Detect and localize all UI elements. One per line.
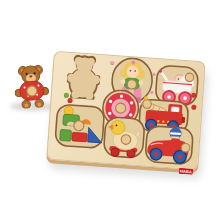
slot-teddy-bear-empty[interactable] <box>66 54 102 100</box>
peg-knob[interactable] <box>185 73 194 82</box>
peg-knob[interactable] <box>27 86 38 97</box>
scene: HABA <box>0 0 220 220</box>
peg-knob[interactable] <box>115 103 126 114</box>
peg-knob[interactable] <box>73 120 84 131</box>
painted-dot <box>67 98 72 103</box>
haba-logo: HABA <box>179 160 193 167</box>
peg-knob[interactable] <box>121 134 131 144</box>
puzzle-board: HABA <box>46 51 205 170</box>
slot-building-blocks <box>53 98 106 151</box>
building-blocks-piece[interactable] <box>53 98 106 151</box>
peg-knob[interactable] <box>181 143 190 152</box>
pull-along-duck-piece[interactable] <box>102 115 147 161</box>
painted-dot <box>191 105 196 110</box>
haba-logo-text: HABA <box>180 169 192 175</box>
teddy-bear-piece[interactable] <box>12 63 53 110</box>
painted-dot <box>110 61 114 65</box>
slot-pull-along-duck <box>102 115 147 161</box>
teddy-bear-graphic <box>12 63 53 110</box>
peg-knob[interactable] <box>127 79 137 89</box>
painted-dot <box>64 93 69 98</box>
peg-knob[interactable] <box>142 99 151 108</box>
